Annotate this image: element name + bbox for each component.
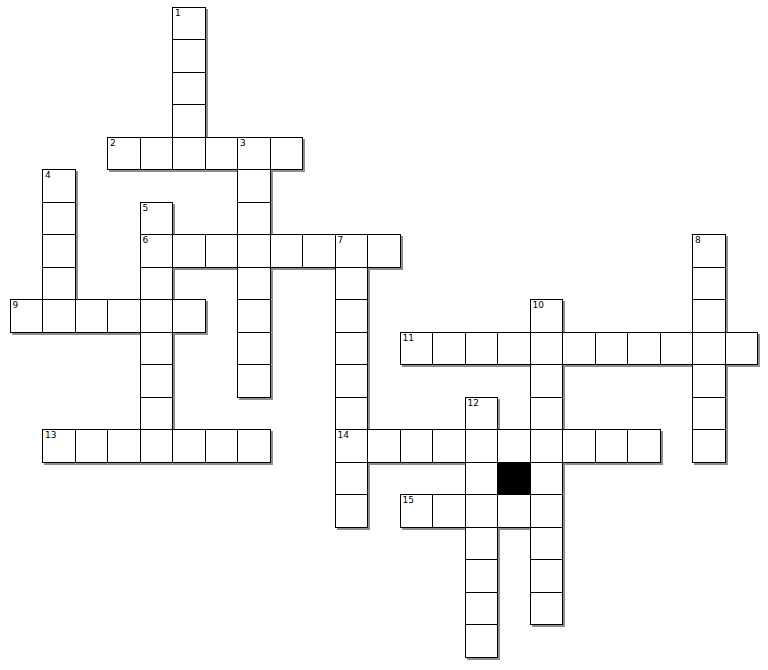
clue-number-10: 10 (533, 300, 544, 310)
cell-r17c16[interactable] (530, 559, 564, 593)
clue-number-2: 2 (110, 138, 116, 148)
cell-r13c2[interactable] (75, 429, 109, 463)
cell-r13c12[interactable] (400, 429, 434, 463)
cell-r7c21[interactable]: 8 (692, 234, 726, 268)
cell-r12c21[interactable] (692, 397, 726, 431)
cell-r9c5[interactable] (172, 299, 206, 333)
cell-r10c18[interactable] (595, 332, 629, 366)
cell-r11c4[interactable] (140, 364, 174, 398)
cell-r9c21[interactable] (692, 299, 726, 333)
cell-r7c8[interactable] (270, 234, 304, 268)
cell-r6c7[interactable] (237, 202, 271, 236)
cell-r4c5[interactable] (172, 137, 206, 171)
cell-r9c2[interactable] (75, 299, 109, 333)
cell-r13c21[interactable] (692, 429, 726, 463)
cell-r4c7[interactable]: 3 (237, 137, 271, 171)
cell-r15c10[interactable] (335, 494, 369, 528)
cell-r16c14[interactable] (465, 527, 499, 561)
black-cell-r14c15 (497, 462, 531, 496)
cell-r13c16[interactable] (530, 429, 564, 463)
cell-r13c11[interactable] (367, 429, 401, 463)
cell-r13c15[interactable] (497, 429, 531, 463)
cell-r10c7[interactable] (237, 332, 271, 366)
cell-r3c5[interactable] (172, 104, 206, 138)
cell-r10c22[interactable] (725, 332, 759, 366)
cell-r9c3[interactable] (107, 299, 141, 333)
clue-number-15: 15 (403, 495, 414, 505)
cell-r8c10[interactable] (335, 267, 369, 301)
clue-number-5: 5 (143, 203, 149, 213)
cell-r13c17[interactable] (562, 429, 596, 463)
cell-r18c14[interactable] (465, 592, 499, 626)
cell-r11c16[interactable] (530, 364, 564, 398)
cell-r10c16[interactable] (530, 332, 564, 366)
cell-r15c16[interactable] (530, 494, 564, 528)
cell-r10c10[interactable] (335, 332, 369, 366)
cell-r7c9[interactable] (302, 234, 336, 268)
cell-r9c4[interactable] (140, 299, 174, 333)
cell-r8c7[interactable] (237, 267, 271, 301)
cell-r9c0[interactable]: 9 (10, 299, 44, 333)
cell-r13c10[interactable]: 14 (335, 429, 369, 463)
cell-r7c5[interactable] (172, 234, 206, 268)
cell-r18c16[interactable] (530, 592, 564, 626)
cell-r14c10[interactable] (335, 462, 369, 496)
cell-r13c7[interactable] (237, 429, 271, 463)
clue-number-8: 8 (695, 235, 701, 245)
cell-r5c7[interactable] (237, 169, 271, 203)
cell-r7c1[interactable] (42, 234, 76, 268)
cell-r4c3[interactable]: 2 (107, 137, 141, 171)
cell-r13c5[interactable] (172, 429, 206, 463)
cell-r10c19[interactable] (627, 332, 661, 366)
cell-r9c1[interactable] (42, 299, 76, 333)
cell-r10c4[interactable] (140, 332, 174, 366)
cell-r5c1[interactable]: 4 (42, 169, 76, 203)
cell-r10c20[interactable] (660, 332, 694, 366)
cell-r10c14[interactable] (465, 332, 499, 366)
clue-number-12: 12 (468, 398, 479, 408)
clue-number-3: 3 (240, 138, 246, 148)
clue-number-7: 7 (338, 235, 344, 245)
cell-r13c6[interactable] (205, 429, 239, 463)
cell-r19c14[interactable] (465, 624, 499, 658)
cell-r11c10[interactable] (335, 364, 369, 398)
cell-r8c1[interactable] (42, 267, 76, 301)
cell-r7c6[interactable] (205, 234, 239, 268)
cell-r12c16[interactable] (530, 397, 564, 431)
crossword-board: 123456789101112131415 (10, 7, 758, 657)
cell-r13c4[interactable] (140, 429, 174, 463)
clue-number-6: 6 (143, 235, 149, 245)
clue-number-13: 13 (45, 430, 56, 440)
cell-r11c7[interactable] (237, 364, 271, 398)
cell-r15c13[interactable] (432, 494, 466, 528)
cell-r14c14[interactable] (465, 462, 499, 496)
cell-r10c12[interactable]: 11 (400, 332, 434, 366)
clue-number-4: 4 (45, 170, 51, 180)
cell-r4c6[interactable] (205, 137, 239, 171)
cell-r12c14[interactable]: 12 (465, 397, 499, 431)
cell-r10c13[interactable] (432, 332, 466, 366)
cell-r13c1[interactable]: 13 (42, 429, 76, 463)
cell-r8c4[interactable] (140, 267, 174, 301)
cell-r8c21[interactable] (692, 267, 726, 301)
clue-number-14: 14 (338, 430, 349, 440)
cell-r2c5[interactable] (172, 72, 206, 106)
cell-r13c13[interactable] (432, 429, 466, 463)
cell-r1c5[interactable] (172, 39, 206, 73)
cell-r0c5[interactable]: 1 (172, 7, 206, 41)
clue-number-11: 11 (403, 333, 414, 343)
cell-r7c7[interactable] (237, 234, 271, 268)
cell-r15c14[interactable] (465, 494, 499, 528)
cell-r10c17[interactable] (562, 332, 596, 366)
cell-r9c10[interactable] (335, 299, 369, 333)
cell-r10c15[interactable] (497, 332, 531, 366)
cell-r4c4[interactable] (140, 137, 174, 171)
cell-r7c4[interactable]: 6 (140, 234, 174, 268)
clue-number-1: 1 (175, 8, 181, 18)
cell-r6c4[interactable]: 5 (140, 202, 174, 236)
cell-r16c16[interactable] (530, 527, 564, 561)
cell-r13c14[interactable] (465, 429, 499, 463)
cell-r13c19[interactable] (627, 429, 661, 463)
cell-r9c7[interactable] (237, 299, 271, 333)
cell-r15c15[interactable] (497, 494, 531, 528)
cell-r7c11[interactable] (367, 234, 401, 268)
clue-number-9: 9 (13, 300, 19, 310)
cell-r11c21[interactable] (692, 364, 726, 398)
cell-r4c8[interactable] (270, 137, 304, 171)
cell-r13c18[interactable] (595, 429, 629, 463)
cell-r12c10[interactable] (335, 397, 369, 431)
cell-r15c12[interactable]: 15 (400, 494, 434, 528)
cell-r10c21[interactable] (692, 332, 726, 366)
cell-r6c1[interactable] (42, 202, 76, 236)
cell-r13c3[interactable] (107, 429, 141, 463)
cell-r14c16[interactable] (530, 462, 564, 496)
cell-r7c10[interactable]: 7 (335, 234, 369, 268)
cell-r9c16[interactable]: 10 (530, 299, 564, 333)
cell-r12c4[interactable] (140, 397, 174, 431)
cell-r17c14[interactable] (465, 559, 499, 593)
